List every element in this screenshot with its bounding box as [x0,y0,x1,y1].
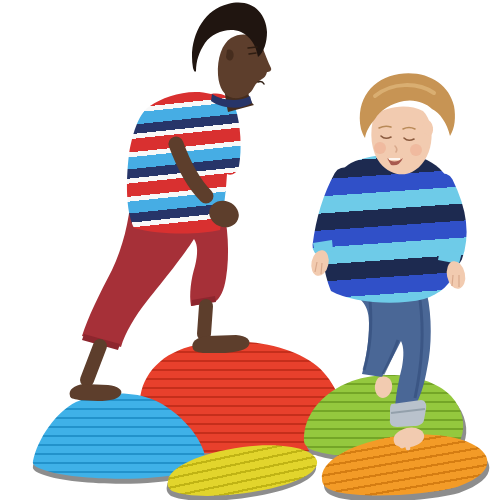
left-child-right-foot [192,335,249,353]
product-photo [0,0,500,500]
toe [395,441,400,446]
right-child-cheek-right [410,144,422,156]
left-child-lips [258,82,264,84]
right-child-left-sleeve [443,184,456,256]
left-child [70,3,272,401]
toe [400,444,405,449]
left-child-left-shin [87,346,100,380]
left-child-left-foot [70,384,122,401]
left-child-eye [249,53,256,54]
left-child-right-shin [204,306,206,334]
toe [406,446,411,451]
right-child-cheek-left [374,142,386,154]
scene-canvas [0,0,500,500]
left-child-eyebrow [248,47,257,48]
